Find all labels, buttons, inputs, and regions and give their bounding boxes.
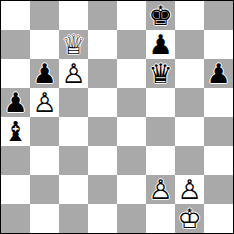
- square-h4[interactable]: [204, 117, 233, 146]
- white-pawn-glyph-outline: ♙: [146, 175, 175, 204]
- square-h6[interactable]: ♟: [204, 59, 233, 88]
- piece-white-king: ♚♔: [175, 204, 204, 233]
- square-d3[interactable]: [88, 146, 117, 175]
- square-h2[interactable]: [204, 175, 233, 204]
- piece-black-pawn: ♟: [30, 59, 59, 88]
- square-b6[interactable]: ♟: [30, 59, 59, 88]
- chess-board: ♚♛♕♟♟♟♙♛♟♟♟♙♝♟♙♟♙♚♔: [0, 0, 234, 234]
- square-g7[interactable]: [175, 30, 204, 59]
- black-bishop-glyph-fill: ♝: [1, 117, 30, 146]
- square-b4[interactable]: [30, 117, 59, 146]
- white-pawn-glyph-outline: ♙: [59, 59, 88, 88]
- square-a1[interactable]: [1, 204, 30, 233]
- square-a6[interactable]: [1, 59, 30, 88]
- square-d1[interactable]: [88, 204, 117, 233]
- black-pawn-glyph-fill: ♟: [204, 59, 233, 88]
- black-king-glyph-fill: ♚: [146, 1, 175, 30]
- black-queen-glyph-fill: ♛: [146, 59, 175, 88]
- piece-black-queen: ♛: [146, 59, 175, 88]
- square-a4[interactable]: ♝: [1, 117, 30, 146]
- square-f5[interactable]: [146, 88, 175, 117]
- white-queen-glyph-outline: ♕: [59, 30, 88, 59]
- white-king-glyph-outline: ♔: [175, 204, 204, 233]
- piece-white-pawn: ♟♙: [30, 88, 59, 117]
- square-g3[interactable]: [175, 146, 204, 175]
- square-b5[interactable]: ♟♙: [30, 88, 59, 117]
- square-c4[interactable]: [59, 117, 88, 146]
- piece-white-pawn: ♟♙: [59, 59, 88, 88]
- square-a2[interactable]: [1, 175, 30, 204]
- piece-white-queen: ♛♕: [59, 30, 88, 59]
- piece-black-pawn: ♟: [146, 30, 175, 59]
- piece-white-pawn: ♟♙: [175, 175, 204, 204]
- square-f1[interactable]: [146, 204, 175, 233]
- square-c6[interactable]: ♟♙: [59, 59, 88, 88]
- square-f3[interactable]: [146, 146, 175, 175]
- square-h8[interactable]: [204, 1, 233, 30]
- white-pawn-glyph-outline: ♙: [30, 88, 59, 117]
- white-pawn-glyph-outline: ♙: [175, 175, 204, 204]
- square-h7[interactable]: [204, 30, 233, 59]
- square-g1[interactable]: ♚♔: [175, 204, 204, 233]
- square-e8[interactable]: [117, 1, 146, 30]
- square-g4[interactable]: [175, 117, 204, 146]
- square-f6[interactable]: ♛: [146, 59, 175, 88]
- square-c2[interactable]: [59, 175, 88, 204]
- square-b1[interactable]: [30, 204, 59, 233]
- square-e6[interactable]: [117, 59, 146, 88]
- square-h5[interactable]: [204, 88, 233, 117]
- square-e3[interactable]: [117, 146, 146, 175]
- square-e1[interactable]: [117, 204, 146, 233]
- square-c1[interactable]: [59, 204, 88, 233]
- square-b8[interactable]: [30, 1, 59, 30]
- square-e2[interactable]: [117, 175, 146, 204]
- piece-black-bishop: ♝: [1, 117, 30, 146]
- square-c7[interactable]: ♛♕: [59, 30, 88, 59]
- square-d5[interactable]: [88, 88, 117, 117]
- square-a7[interactable]: [1, 30, 30, 59]
- square-h1[interactable]: [204, 204, 233, 233]
- square-c8[interactable]: [59, 1, 88, 30]
- square-f7[interactable]: ♟: [146, 30, 175, 59]
- black-pawn-glyph-fill: ♟: [1, 88, 30, 117]
- black-pawn-glyph-fill: ♟: [146, 30, 175, 59]
- square-d2[interactable]: [88, 175, 117, 204]
- square-e4[interactable]: [117, 117, 146, 146]
- square-c5[interactable]: [59, 88, 88, 117]
- black-pawn-glyph-fill: ♟: [30, 59, 59, 88]
- square-d7[interactable]: [88, 30, 117, 59]
- square-f4[interactable]: [146, 117, 175, 146]
- piece-black-pawn: ♟: [204, 59, 233, 88]
- square-a5[interactable]: ♟: [1, 88, 30, 117]
- square-g2[interactable]: ♟♙: [175, 175, 204, 204]
- square-h3[interactable]: [204, 146, 233, 175]
- piece-white-pawn: ♟♙: [146, 175, 175, 204]
- square-c3[interactable]: [59, 146, 88, 175]
- square-e5[interactable]: [117, 88, 146, 117]
- square-b7[interactable]: [30, 30, 59, 59]
- square-f8[interactable]: ♚: [146, 1, 175, 30]
- piece-black-pawn: ♟: [1, 88, 30, 117]
- square-a8[interactable]: [1, 1, 30, 30]
- square-e7[interactable]: [117, 30, 146, 59]
- square-b2[interactable]: [30, 175, 59, 204]
- square-d6[interactable]: [88, 59, 117, 88]
- piece-black-king: ♚: [146, 1, 175, 30]
- square-g6[interactable]: [175, 59, 204, 88]
- square-a3[interactable]: [1, 146, 30, 175]
- square-g8[interactable]: [175, 1, 204, 30]
- square-b3[interactable]: [30, 146, 59, 175]
- square-f2[interactable]: ♟♙: [146, 175, 175, 204]
- square-d8[interactable]: [88, 1, 117, 30]
- square-g5[interactable]: [175, 88, 204, 117]
- square-d4[interactable]: [88, 117, 117, 146]
